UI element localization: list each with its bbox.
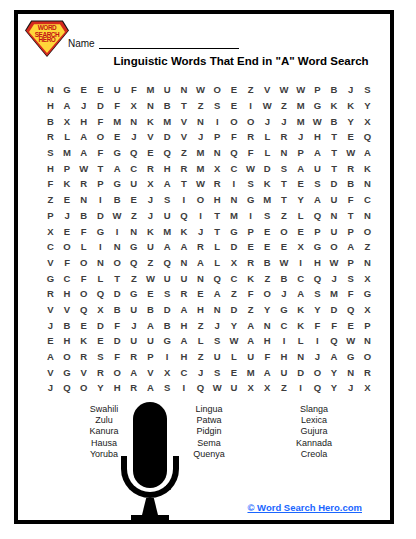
grid-cell-r5c14: L	[259, 145, 276, 161]
grid-cell-r10c1: X	[42, 223, 59, 239]
grid-cell-r14c8: S	[159, 286, 176, 302]
word-list-item: Quenya	[193, 449, 225, 460]
grid-cell-r7c1: F	[42, 176, 59, 192]
grid-cell-r6c7: R	[142, 160, 159, 176]
grid-cell-r13c8: U	[159, 270, 176, 286]
grid-cell-r9c2: J	[59, 208, 76, 224]
worksheet-frame: WORD SEARCH HERO Name Linguistic Words T…	[14, 10, 394, 524]
grid-cell-r10c19: P	[342, 223, 359, 239]
grid-cell-r7c7: X	[142, 176, 159, 192]
grid-cell-r20c15: Z	[276, 380, 293, 396]
grid-cell-r7c18: D	[326, 176, 343, 192]
grid-cell-r1c6: F	[125, 82, 142, 98]
grid-cell-r8c18: U	[326, 192, 343, 208]
grid-cell-r17c3: K	[75, 333, 92, 349]
grid-cell-r15c16: K	[292, 302, 309, 318]
grid-cell-r3c11: I	[209, 113, 226, 129]
grid-cell-r14c16: A	[292, 286, 309, 302]
grid-cell-r2c18: K	[326, 98, 343, 114]
grid-cell-r15c3: Q	[75, 302, 92, 318]
grid-cell-r14c10: E	[192, 286, 209, 302]
grid-cell-r1c18: B	[326, 82, 343, 98]
grid-cell-r9c10: I	[192, 208, 209, 224]
word-list-column-1: SwahiliZuluKanuraHausaYoruba	[89, 404, 118, 460]
grid-cell-r4c17: H	[309, 129, 326, 145]
grid-cell-r1c10: W	[192, 82, 209, 98]
grid-cell-r3c14: J	[259, 113, 276, 129]
grid-cell-r3c5: M	[109, 113, 126, 129]
grid-cell-r16c15: C	[276, 317, 293, 333]
grid-cell-r5c12: Q	[226, 145, 243, 161]
grid-cell-r16c20: P	[359, 317, 376, 333]
grid-cell-r4c1: R	[42, 129, 59, 145]
word-list-item: Yoruba	[89, 449, 118, 460]
grid-cell-r6c13: W	[242, 160, 259, 176]
grid-cell-r12c20: N	[359, 255, 376, 271]
grid-cell-r15c19: Q	[342, 302, 359, 318]
grid-cell-r6c18: T	[326, 160, 343, 176]
grid-cell-r6c9: R	[176, 160, 193, 176]
grid-cell-r4c2: L	[59, 129, 76, 145]
grid-cell-r13c4: L	[92, 270, 109, 286]
grid-cell-r1c12: E	[226, 82, 243, 98]
grid-cell-r4c6: J	[125, 129, 142, 145]
grid-cell-r14c2: H	[59, 286, 76, 302]
grid-cell-r12c15: W	[276, 255, 293, 271]
grid-cell-r15c15: G	[276, 302, 293, 318]
grid-cell-r19c11: S	[209, 364, 226, 380]
grid-cell-r12c13: R	[242, 255, 259, 271]
grid-cell-r8c5: B	[109, 192, 126, 208]
grid-cell-r10c7: K	[142, 223, 159, 239]
grid-cell-r8c20: C	[359, 192, 376, 208]
grid-cell-r10c3: F	[75, 223, 92, 239]
grid-cell-r2c14: W	[259, 98, 276, 114]
grid-cell-r12c11: L	[209, 255, 226, 271]
grid-cell-r16c4: D	[92, 317, 109, 333]
grid-cell-r5c3: A	[75, 145, 92, 161]
grid-cell-r2c10: Z	[192, 98, 209, 114]
grid-cell-r2c7: N	[142, 98, 159, 114]
grid-cell-r20c7: A	[142, 380, 159, 396]
grid-cell-r12c4: N	[92, 255, 109, 271]
grid-cell-r7c6: U	[125, 176, 142, 192]
word-list-item: Hausa	[89, 438, 118, 449]
grid-cell-r19c15: U	[276, 364, 293, 380]
grid-cell-r3c17: W	[309, 113, 326, 129]
grid-cell-r20c1: J	[42, 380, 59, 396]
grid-cell-r10c6: N	[125, 223, 142, 239]
grid-cell-r5c20: A	[359, 145, 376, 161]
grid-cell-r8c19: F	[342, 192, 359, 208]
grid-cell-r14c18: M	[326, 286, 343, 302]
grid-cell-r6c4: T	[92, 160, 109, 176]
grid-cell-r2c19: K	[342, 98, 359, 114]
grid-cell-r20c10: Q	[192, 380, 209, 396]
grid-cell-r18c4: S	[92, 349, 109, 365]
grid-cell-r7c9: T	[176, 176, 193, 192]
grid-cell-r1c19: J	[342, 82, 359, 98]
grid-cell-r4c16: J	[292, 129, 309, 145]
grid-cell-r14c19: F	[342, 286, 359, 302]
grid-cell-r11c3: L	[75, 239, 92, 255]
grid-cell-r18c2: O	[59, 349, 76, 365]
grid-cell-r1c7: M	[142, 82, 159, 98]
grid-cell-r8c7: J	[142, 192, 159, 208]
grid-cell-r17c17: I	[309, 333, 326, 349]
grid-cell-r13c14: Z	[259, 270, 276, 286]
grid-cell-r7c19: B	[342, 176, 359, 192]
grid-cell-r11c4: I	[92, 239, 109, 255]
grid-cell-r4c5: E	[109, 129, 126, 145]
grid-cell-r8c11: H	[209, 192, 226, 208]
grid-cell-r12c8: Q	[159, 255, 176, 271]
grid-cell-r7c20: N	[359, 176, 376, 192]
grid-cell-r10c5: I	[109, 223, 126, 239]
grid-cell-r11c8: A	[159, 239, 176, 255]
grid-cell-r15c7: B	[142, 302, 159, 318]
grid-cell-r4c8: D	[159, 129, 176, 145]
grid-cell-r2c12: E	[226, 98, 243, 114]
word-search-hero-logo: WORD SEARCH HERO	[25, 19, 69, 57]
grid-cell-r12c10: A	[192, 255, 209, 271]
grid-cell-r3c15: J	[276, 113, 293, 129]
grid-cell-r12c19: P	[342, 255, 359, 271]
grid-cell-r18c12: L	[226, 349, 243, 365]
logo-text: WORD SEARCH HERO	[27, 26, 67, 44]
grid-cell-r15c6: U	[125, 302, 142, 318]
word-list-item: Patwa	[193, 415, 225, 426]
grid-cell-r7c13: S	[242, 176, 259, 192]
grid-cell-r17c14: H	[259, 333, 276, 349]
grid-cell-r16c6: J	[125, 317, 142, 333]
grid-cell-r14c5: D	[109, 286, 126, 302]
grid-cell-r13c19: S	[342, 270, 359, 286]
grid-cell-r20c16: I	[292, 380, 309, 396]
grid-cell-r6c11: X	[209, 160, 226, 176]
grid-cell-r20c9: I	[176, 380, 193, 396]
grid-cell-r5c13: F	[242, 145, 259, 161]
grid-cell-r17c20: N	[359, 333, 376, 349]
grid-cell-r17c18: Q	[326, 333, 343, 349]
grid-cell-r7c5: G	[109, 176, 126, 192]
grid-cell-r10c16: E	[292, 223, 309, 239]
grid-cell-r9c8: U	[159, 208, 176, 224]
grid-cell-r14c12: Z	[226, 286, 243, 302]
grid-cell-r12c16: I	[292, 255, 309, 271]
logo-text-line3: HERO	[27, 38, 67, 44]
grid-cell-r19c6: A	[125, 364, 142, 380]
grid-cell-r3c19: Y	[342, 113, 359, 129]
grid-cell-r2c3: J	[75, 98, 92, 114]
grid-cell-r6c14: D	[259, 160, 276, 176]
grid-cell-r12c2: F	[59, 255, 76, 271]
grid-cell-r4c4: O	[92, 129, 109, 145]
grid-cell-r3c9: V	[176, 113, 193, 129]
grid-cell-r3c12: O	[226, 113, 243, 129]
word-list-column-3: SlangaLexicaGujuraKannadaCreola	[296, 404, 332, 460]
word-list-item: Kannada	[296, 438, 332, 449]
grid-cell-r1c5: U	[109, 82, 126, 98]
grid-cell-r8c6: E	[125, 192, 142, 208]
word-list-column-2: LinguaPatwaPidginSemaQuenya	[193, 404, 225, 460]
grid-cell-r16c12: Y	[226, 317, 243, 333]
grid-cell-r4c14: L	[259, 129, 276, 145]
grid-cell-r7c2: K	[59, 176, 76, 192]
grid-cell-r15c12: D	[226, 302, 243, 318]
grid-cell-r14c13: F	[242, 286, 259, 302]
grid-cell-r3c20: X	[359, 113, 376, 129]
grid-cell-r9c5: W	[109, 208, 126, 224]
grid-cell-r14c20: G	[359, 286, 376, 302]
grid-cell-r20c18: Y	[326, 380, 343, 396]
grid-cell-r11c13: E	[242, 239, 259, 255]
grid-cell-r10c2: E	[59, 223, 76, 239]
grid-cell-r2c13: I	[242, 98, 259, 114]
grid-cell-r14c7: E	[142, 286, 159, 302]
grid-cell-r19c12: E	[226, 364, 243, 380]
grid-cell-r11c11: L	[209, 239, 226, 255]
grid-cell-r13c1: G	[42, 270, 59, 286]
microphone-base	[131, 515, 169, 522]
grid-cell-r2c4: D	[92, 98, 109, 114]
grid-cell-r5c6: Q	[125, 145, 142, 161]
grid-cell-r20c6: R	[125, 380, 142, 396]
grid-cell-r7c10: W	[192, 176, 209, 192]
grid-cell-r5c2: M	[59, 145, 76, 161]
grid-cell-r14c1: R	[42, 286, 59, 302]
grid-cell-r19c14: A	[259, 364, 276, 380]
grid-cell-r19c3: V	[75, 364, 92, 380]
grid-cell-r11c14: E	[259, 239, 276, 255]
grid-cell-r6c5: A	[109, 160, 126, 176]
grid-cell-r9c20: N	[359, 208, 376, 224]
name-row: Name	[68, 38, 239, 49]
grid-cell-r9c13: I	[242, 208, 259, 224]
grid-cell-r15c9: A	[176, 302, 193, 318]
word-list-item: Lexica	[296, 415, 332, 426]
grid-cell-r16c13: A	[242, 317, 259, 333]
grid-cell-r7c12: I	[226, 176, 243, 192]
grid-cell-r18c17: J	[309, 349, 326, 365]
grid-cell-r5c9: Z	[176, 145, 193, 161]
grid-cell-r17c2: H	[59, 333, 76, 349]
grid-cell-r4c11: P	[209, 129, 226, 145]
word-list-item: Creola	[296, 449, 332, 460]
grid-cell-r18c16: N	[292, 349, 309, 365]
grid-cell-r5c18: T	[326, 145, 343, 161]
grid-cell-r10c13: P	[242, 223, 259, 239]
grid-cell-r11c15: E	[276, 239, 293, 255]
grid-cell-r4c9: V	[176, 129, 193, 145]
grid-cell-r11c5: N	[109, 239, 126, 255]
grid-cell-r2c8: B	[159, 98, 176, 114]
grid-cell-r20c12: U	[226, 380, 243, 396]
microphone-cradle	[121, 456, 179, 498]
grid-cell-r17c19: W	[342, 333, 359, 349]
name-blank-line	[99, 38, 239, 49]
grid-cell-r5c8: Q	[159, 145, 176, 161]
grid-cell-r16c1: J	[42, 317, 59, 333]
grid-cell-r5c19: W	[342, 145, 359, 161]
grid-cell-r2c17: G	[309, 98, 326, 114]
grid-cell-r13c11: Q	[209, 270, 226, 286]
grid-cell-r5c10: M	[192, 145, 209, 161]
word-list-item: Slanga	[296, 404, 332, 415]
grid-cell-r19c2: G	[59, 364, 76, 380]
grid-cell-r19c7: V	[142, 364, 159, 380]
grid-cell-r11c9: A	[176, 239, 193, 255]
grid-cell-r19c1: V	[42, 364, 59, 380]
grid-cell-r5c15: N	[276, 145, 293, 161]
grid-cell-r9c7: J	[142, 208, 159, 224]
word-list-item: Zulu	[89, 415, 118, 426]
grid-cell-r5c17: A	[309, 145, 326, 161]
grid-cell-r9c18: N	[326, 208, 343, 224]
grid-cell-r18c13: U	[242, 349, 259, 365]
grid-cell-r4c13: R	[242, 129, 259, 145]
grid-cell-r9c14: S	[259, 208, 276, 224]
grid-cell-r2c6: X	[125, 98, 142, 114]
grid-cell-r17c8: G	[159, 333, 176, 349]
grid-cell-r5c5: G	[109, 145, 126, 161]
grid-cell-r11c6: G	[125, 239, 142, 255]
grid-cell-r19c19: N	[342, 364, 359, 380]
grid-cell-r16c19: E	[342, 317, 359, 333]
word-search-hero-link[interactable]: © Word Search Hero.com	[247, 502, 362, 513]
grid-cell-r10c9: K	[176, 223, 193, 239]
grid-cell-r7c16: E	[292, 176, 309, 192]
word-list-item: Sema	[193, 438, 225, 449]
grid-cell-r19c10: J	[192, 364, 209, 380]
grid-cell-r15c2: V	[59, 302, 76, 318]
grid-cell-r18c1: A	[42, 349, 59, 365]
grid-cell-r4c20: Q	[359, 129, 376, 145]
grid-cell-r8c2: E	[59, 192, 76, 208]
grid-cell-r2c2: A	[59, 98, 76, 114]
grid-cell-r14c3: O	[75, 286, 92, 302]
grid-cell-r4c15: R	[276, 129, 293, 145]
grid-cell-r9c1: P	[42, 208, 59, 224]
grid-cell-r7c11: R	[209, 176, 226, 192]
grid-cell-r5c16: P	[292, 145, 309, 161]
grid-cell-r18c11: U	[209, 349, 226, 365]
grid-cell-r20c14: X	[259, 380, 276, 396]
grid-cell-r16c14: N	[259, 317, 276, 333]
grid-cell-r17c1: E	[42, 333, 59, 349]
grid-cell-r16c16: K	[292, 317, 309, 333]
grid-cell-r6c6: C	[125, 160, 142, 176]
grid-cell-r8c15: T	[276, 192, 293, 208]
grid-cell-r15c17: Y	[309, 302, 326, 318]
grid-cell-r8c17: A	[309, 192, 326, 208]
grid-cell-r12c12: X	[226, 255, 243, 271]
grid-cell-r12c5: O	[109, 255, 126, 271]
grid-cell-r10c20: O	[359, 223, 376, 239]
grid-cell-r4c7: V	[142, 129, 159, 145]
grid-cell-r17c5: D	[109, 333, 126, 349]
word-list-item: Lingua	[193, 404, 225, 415]
grid-cell-r5c1: S	[42, 145, 59, 161]
grid-cell-r20c13: X	[242, 380, 259, 396]
grid-cell-r18c8: I	[159, 349, 176, 365]
grid-cell-r5c7: E	[142, 145, 159, 161]
grid-cell-r17c9: A	[176, 333, 193, 349]
grid-cell-r16c2: B	[59, 317, 76, 333]
grid-cell-r10c11: T	[209, 223, 226, 239]
grid-cell-r2c5: F	[109, 98, 126, 114]
grid-cell-r12c17: H	[309, 255, 326, 271]
grid-cell-r18c14: F	[259, 349, 276, 365]
grid-cell-r2c20: Y	[359, 98, 376, 114]
grid-cell-r6c20: K	[359, 160, 376, 176]
grid-cell-r4c12: F	[226, 129, 243, 145]
grid-cell-r17c15: I	[276, 333, 293, 349]
grid-cell-r15c5: B	[109, 302, 126, 318]
grid-cell-r17c11: S	[209, 333, 226, 349]
microphone-stem	[142, 498, 158, 515]
grid-cell-r4c10: J	[192, 129, 209, 145]
grid-cell-r20c19: J	[342, 380, 359, 396]
grid-cell-r14c15: J	[276, 286, 293, 302]
grid-cell-r3c7: K	[142, 113, 159, 129]
grid-cell-r9c3: B	[75, 208, 92, 224]
grid-cell-r16c17: F	[309, 317, 326, 333]
grid-cell-r1c20: S	[359, 82, 376, 98]
grid-cell-r6c1: H	[42, 160, 59, 176]
grid-cell-r1c11: O	[209, 82, 226, 98]
grid-cell-r18c15: H	[276, 349, 293, 365]
grid-cell-r2c11: S	[209, 98, 226, 114]
grid-cell-r11c16: X	[292, 239, 309, 255]
microphone-icon	[118, 402, 182, 526]
grid-cell-r8c3: N	[75, 192, 92, 208]
grid-cell-r8c14: M	[259, 192, 276, 208]
grid-cell-r12c7: Z	[142, 255, 159, 271]
grid-cell-r17c13: A	[242, 333, 259, 349]
grid-cell-r10c8: M	[159, 223, 176, 239]
grid-cell-r20c17: Q	[309, 380, 326, 396]
grid-cell-r12c6: Q	[125, 255, 142, 271]
grid-cell-r12c1: V	[42, 255, 59, 271]
grid-cell-r17c16: L	[292, 333, 309, 349]
grid-cell-r7c15: T	[276, 176, 293, 192]
grid-cell-r3c2: X	[59, 113, 76, 129]
grid-cell-r3c13: O	[242, 113, 259, 129]
grid-cell-r9c16: L	[292, 208, 309, 224]
grid-cell-r15c8: D	[159, 302, 176, 318]
grid-cell-r17c12: W	[226, 333, 243, 349]
grid-cell-r9c6: Z	[125, 208, 142, 224]
grid-cell-r9c19: T	[342, 208, 359, 224]
grid-cell-r10c18: U	[326, 223, 343, 239]
grid-cell-r17c7: U	[142, 333, 159, 349]
letter-grid: NGEEUFMUNWOEZVWWPBJSHAJDFXNBTZSEIWZMGKKY…	[42, 82, 376, 396]
grid-cell-r15c4: X	[92, 302, 109, 318]
grid-cell-r6c17: U	[309, 160, 326, 176]
grid-cell-r13c17: Q	[309, 270, 326, 286]
grid-cell-r14c9: R	[176, 286, 193, 302]
grid-cell-r10c10: J	[192, 223, 209, 239]
grid-cell-r15c20: X	[359, 302, 376, 318]
grid-cell-r15c10: H	[192, 302, 209, 318]
grid-cell-r19c17: O	[309, 364, 326, 380]
grid-cell-r3c10: N	[192, 113, 209, 129]
grid-cell-r4c18: T	[326, 129, 343, 145]
grid-cell-r19c8: X	[159, 364, 176, 380]
grid-cell-r20c11: W	[209, 380, 226, 396]
grid-cell-r6c8: H	[159, 160, 176, 176]
